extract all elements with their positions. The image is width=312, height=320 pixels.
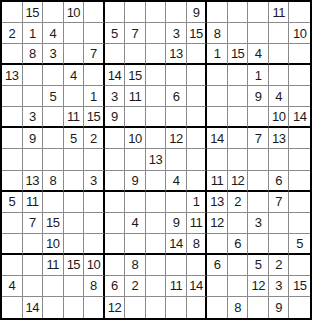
cell-r3c6[interactable] bbox=[105, 44, 126, 65]
given-digit: 1 bbox=[214, 47, 221, 60]
cell-r10c15[interactable] bbox=[289, 192, 310, 213]
given-digit: 9 bbox=[132, 174, 139, 187]
cell-r8c1[interactable] bbox=[2, 149, 23, 170]
cell-r7c9[interactable]: 12 bbox=[166, 128, 187, 149]
given-digit: 11 bbox=[47, 258, 60, 271]
given-digit: 6 bbox=[111, 279, 118, 292]
cell-r1c10[interactable]: 9 bbox=[187, 2, 208, 23]
cell-r3c8[interactable] bbox=[146, 44, 167, 65]
cell-r13c14[interactable]: 2 bbox=[269, 255, 290, 276]
cell-r11c6[interactable] bbox=[105, 213, 126, 234]
cell-r4c14[interactable] bbox=[269, 65, 290, 86]
cell-r15c11[interactable] bbox=[207, 297, 228, 318]
cell-r9c3[interactable]: 8 bbox=[43, 171, 64, 192]
given-digit: 4 bbox=[49, 27, 56, 40]
given-digit: 3 bbox=[90, 174, 97, 187]
cell-r6c7[interactable] bbox=[125, 107, 146, 128]
cell-r9c2[interactable]: 13 bbox=[23, 171, 44, 192]
cell-r12c5[interactable] bbox=[84, 234, 105, 255]
cell-r14c11[interactable] bbox=[207, 276, 228, 297]
cell-r6c5[interactable]: 15 bbox=[84, 107, 105, 128]
cell-r9c12[interactable]: 12 bbox=[228, 171, 249, 192]
cell-r5c4[interactable] bbox=[64, 86, 85, 107]
cell-r15c12[interactable]: 8 bbox=[228, 297, 249, 318]
given-digit: 11 bbox=[26, 195, 39, 208]
cell-r7c15[interactable] bbox=[289, 128, 310, 149]
cell-r3c11[interactable]: 1 bbox=[207, 44, 228, 65]
cell-r9c9[interactable]: 4 bbox=[166, 171, 187, 192]
given-digit: 13 bbox=[26, 174, 39, 187]
cell-r3c2[interactable]: 8 bbox=[23, 44, 44, 65]
cell-r4c4[interactable]: 4 bbox=[64, 65, 85, 86]
given-digit: 15 bbox=[26, 6, 39, 19]
cell-r3c3[interactable]: 3 bbox=[43, 44, 64, 65]
cell-r7c1[interactable] bbox=[2, 128, 23, 149]
cell-r6c13[interactable] bbox=[248, 107, 269, 128]
given-digit: 14 bbox=[108, 69, 121, 82]
given-digit: 5 bbox=[255, 258, 262, 271]
given-digit: 1 bbox=[255, 69, 262, 82]
cell-r14c2[interactable] bbox=[23, 276, 44, 297]
cell-r15c14[interactable]: 9 bbox=[269, 297, 290, 318]
cell-r1c5[interactable] bbox=[84, 2, 105, 23]
cell-r15c4[interactable] bbox=[64, 297, 85, 318]
given-digit: 3 bbox=[275, 279, 282, 292]
cell-r3c12[interactable]: 15 bbox=[228, 44, 249, 65]
cell-r1c3[interactable] bbox=[43, 2, 64, 23]
cell-r3c4[interactable] bbox=[64, 44, 85, 65]
cell-r7c2[interactable]: 9 bbox=[23, 128, 44, 149]
given-digit: 2 bbox=[132, 279, 139, 292]
cell-r10c3[interactable] bbox=[43, 192, 64, 213]
cell-r5c3[interactable]: 5 bbox=[43, 86, 64, 107]
given-digit: 3 bbox=[173, 27, 180, 40]
given-digit: 12 bbox=[108, 301, 121, 314]
cell-r3c9[interactable]: 13 bbox=[166, 44, 187, 65]
cell-r13c5[interactable]: 10 bbox=[84, 255, 105, 276]
given-digit: 3 bbox=[29, 110, 36, 123]
cell-r3c10[interactable] bbox=[187, 44, 208, 65]
cell-r6c12[interactable] bbox=[228, 107, 249, 128]
given-digit: 3 bbox=[111, 90, 118, 103]
cell-r4c11[interactable] bbox=[207, 65, 228, 86]
cell-r10c2[interactable]: 11 bbox=[23, 192, 44, 213]
cell-r1c12[interactable] bbox=[228, 2, 249, 23]
cell-r14c14[interactable]: 3 bbox=[269, 276, 290, 297]
cell-r8c8[interactable]: 13 bbox=[146, 149, 167, 170]
cell-r8c9[interactable] bbox=[166, 149, 187, 170]
cell-r12c8[interactable] bbox=[146, 234, 167, 255]
cell-r5c8[interactable] bbox=[146, 86, 167, 107]
cell-r5c5[interactable]: 1 bbox=[84, 86, 105, 107]
given-digit: 9 bbox=[173, 216, 180, 229]
cell-r2c3[interactable]: 4 bbox=[43, 23, 64, 44]
cell-r15c10[interactable] bbox=[187, 297, 208, 318]
cell-r9c11[interactable]: 11 bbox=[207, 171, 228, 192]
cell-r2c7[interactable]: 7 bbox=[125, 23, 146, 44]
cell-r7c6[interactable] bbox=[105, 128, 126, 149]
cell-r7c10[interactable] bbox=[187, 128, 208, 149]
given-digit: 10 bbox=[272, 110, 285, 123]
cell-r10c6[interactable] bbox=[105, 192, 126, 213]
given-digit: 10 bbox=[67, 6, 80, 19]
cell-r3c5[interactable]: 7 bbox=[84, 44, 105, 65]
cell-r4c8[interactable] bbox=[146, 65, 167, 86]
cell-r2c6[interactable]: 5 bbox=[105, 23, 126, 44]
cell-r2c13[interactable] bbox=[248, 23, 269, 44]
cell-r1c14[interactable]: 11 bbox=[269, 2, 290, 23]
cell-r5c12[interactable] bbox=[228, 86, 249, 107]
cell-r4c1[interactable]: 13 bbox=[2, 65, 23, 86]
cell-r13c7[interactable]: 8 bbox=[125, 255, 146, 276]
cell-r11c11[interactable]: 12 bbox=[207, 213, 228, 234]
cell-r7c11[interactable]: 14 bbox=[207, 128, 228, 149]
given-digit: 7 bbox=[275, 195, 282, 208]
given-digit: 15 bbox=[189, 27, 202, 40]
cell-r15c8[interactable] bbox=[146, 297, 167, 318]
given-digit: 7 bbox=[132, 27, 139, 40]
cell-r8c12[interactable] bbox=[228, 149, 249, 170]
cell-r9c1[interactable] bbox=[2, 171, 23, 192]
given-digit: 14 bbox=[169, 237, 182, 250]
cell-r11c3[interactable]: 15 bbox=[43, 213, 64, 234]
cell-r15c7[interactable] bbox=[125, 297, 146, 318]
cell-r12c14[interactable] bbox=[269, 234, 290, 255]
cell-r11c4[interactable] bbox=[64, 213, 85, 234]
cell-r12c12[interactable]: 6 bbox=[228, 234, 249, 255]
cell-r4c5[interactable] bbox=[84, 65, 105, 86]
cell-r3c14[interactable] bbox=[269, 44, 290, 65]
cell-r15c3[interactable] bbox=[43, 297, 64, 318]
given-digit: 9 bbox=[193, 6, 200, 19]
cell-r15c1[interactable] bbox=[2, 297, 23, 318]
cell-r8c10[interactable] bbox=[187, 149, 208, 170]
cell-r14c8[interactable] bbox=[146, 276, 167, 297]
cell-r5c11[interactable] bbox=[207, 86, 228, 107]
given-digit: 9 bbox=[111, 110, 118, 123]
cell-r10c8[interactable] bbox=[146, 192, 167, 213]
cell-r8c3[interactable] bbox=[43, 149, 64, 170]
cell-r15c5[interactable] bbox=[84, 297, 105, 318]
cell-r15c9[interactable] bbox=[166, 297, 187, 318]
cell-r12c13[interactable] bbox=[248, 234, 269, 255]
cell-r10c14[interactable]: 7 bbox=[269, 192, 290, 213]
cell-r8c15[interactable] bbox=[289, 149, 310, 170]
cell-r2c4[interactable] bbox=[64, 23, 85, 44]
cell-r14c4[interactable] bbox=[64, 276, 85, 297]
cell-r6c1[interactable] bbox=[2, 107, 23, 128]
cell-r12c4[interactable] bbox=[64, 234, 85, 255]
given-digit: 6 bbox=[173, 90, 180, 103]
cell-r12c15[interactable]: 5 bbox=[289, 234, 310, 255]
cell-r12c10[interactable]: 8 bbox=[187, 234, 208, 255]
cell-r14c3[interactable] bbox=[43, 276, 64, 297]
given-digit: 15 bbox=[87, 110, 100, 123]
cell-r14c6[interactable]: 6 bbox=[105, 276, 126, 297]
cell-r7c14[interactable]: 13 bbox=[269, 128, 290, 149]
cell-r5c7[interactable]: 11 bbox=[125, 86, 146, 107]
cell-r13c13[interactable]: 5 bbox=[248, 255, 269, 276]
cell-r13c9[interactable] bbox=[166, 255, 187, 276]
given-digit: 3 bbox=[49, 47, 56, 60]
given-digit: 11 bbox=[129, 90, 142, 103]
cell-r10c13[interactable] bbox=[248, 192, 269, 213]
cell-r13c1[interactable] bbox=[2, 255, 23, 276]
given-digit: 5 bbox=[70, 132, 77, 145]
cell-r6c9[interactable] bbox=[166, 107, 187, 128]
cell-r12c2[interactable] bbox=[23, 234, 44, 255]
cell-r7c4[interactable]: 5 bbox=[64, 128, 85, 149]
cell-r14c7[interactable]: 2 bbox=[125, 276, 146, 297]
given-digit: 15 bbox=[128, 69, 141, 82]
cell-r9c13[interactable] bbox=[248, 171, 269, 192]
given-digit: 8 bbox=[193, 237, 200, 250]
cell-r11c5[interactable] bbox=[84, 213, 105, 234]
cell-r14c13[interactable]: 12 bbox=[248, 276, 269, 297]
cell-r1c8[interactable] bbox=[146, 2, 167, 23]
cell-r5c13[interactable]: 9 bbox=[248, 86, 269, 107]
given-digit: 12 bbox=[210, 216, 223, 229]
cell-r5c9[interactable]: 6 bbox=[166, 86, 187, 107]
cell-r4c3[interactable] bbox=[43, 65, 64, 86]
given-digit: 4 bbox=[70, 69, 77, 82]
cell-r4c12[interactable] bbox=[228, 65, 249, 86]
cell-r2c5[interactable] bbox=[84, 23, 105, 44]
cell-r10c5[interactable] bbox=[84, 192, 105, 213]
cell-r11c8[interactable] bbox=[146, 213, 167, 234]
cell-r1c11[interactable] bbox=[207, 2, 228, 23]
given-digit: 5 bbox=[296, 237, 303, 250]
cell-r9c7[interactable]: 9 bbox=[125, 171, 146, 192]
given-digit: 14 bbox=[210, 132, 223, 145]
cell-r15c15[interactable] bbox=[289, 297, 310, 318]
cell-r5c6[interactable]: 3 bbox=[105, 86, 126, 107]
cell-r14c15[interactable]: 15 bbox=[289, 276, 310, 297]
given-digit: 4 bbox=[275, 90, 282, 103]
cell-r3c15[interactable] bbox=[289, 44, 310, 65]
cell-r8c4[interactable] bbox=[64, 149, 85, 170]
given-digit: 4 bbox=[255, 47, 262, 60]
cell-r11c13[interactable]: 3 bbox=[248, 213, 269, 234]
cell-r9c5[interactable]: 3 bbox=[84, 171, 105, 192]
cell-r13c2[interactable] bbox=[23, 255, 44, 276]
cell-r11c15[interactable] bbox=[289, 213, 310, 234]
given-digit: 11 bbox=[67, 110, 80, 123]
cell-r6c14[interactable]: 10 bbox=[269, 107, 290, 128]
cell-r11c10[interactable]: 11 bbox=[187, 213, 208, 234]
given-digit: 7 bbox=[90, 47, 97, 60]
cell-r9c8[interactable] bbox=[146, 171, 167, 192]
cell-r4c15[interactable] bbox=[289, 65, 310, 86]
cell-r15c13[interactable] bbox=[248, 297, 269, 318]
cell-r8c11[interactable] bbox=[207, 149, 228, 170]
given-digit: 6 bbox=[214, 258, 221, 271]
cell-r2c1[interactable]: 2 bbox=[2, 23, 23, 44]
cell-r11c14[interactable] bbox=[269, 213, 290, 234]
cell-r8c5[interactable] bbox=[84, 149, 105, 170]
cell-r14c10[interactable]: 14 bbox=[187, 276, 208, 297]
cell-r3c7[interactable] bbox=[125, 44, 146, 65]
given-digit: 12 bbox=[169, 132, 182, 145]
cell-r10c12[interactable]: 2 bbox=[228, 192, 249, 213]
given-digit: 15 bbox=[46, 216, 59, 229]
cell-r2c11[interactable]: 8 bbox=[207, 23, 228, 44]
given-digit: 4 bbox=[173, 174, 180, 187]
cell-r5c14[interactable]: 4 bbox=[269, 86, 290, 107]
cell-r12c9[interactable]: 14 bbox=[166, 234, 187, 255]
cell-r9c4[interactable] bbox=[64, 171, 85, 192]
cell-r13c3[interactable]: 11 bbox=[43, 255, 64, 276]
given-digit: 1 bbox=[90, 90, 97, 103]
cell-r6c2[interactable]: 3 bbox=[23, 107, 44, 128]
given-digit: 11 bbox=[170, 279, 183, 292]
cell-r3c1[interactable] bbox=[2, 44, 23, 65]
cell-r1c15[interactable] bbox=[289, 2, 310, 23]
given-digit: 11 bbox=[190, 216, 203, 229]
cell-r1c7[interactable] bbox=[125, 2, 146, 23]
cell-r2c9[interactable]: 3 bbox=[166, 23, 187, 44]
given-digit: 8 bbox=[234, 301, 241, 314]
cell-r11c2[interactable]: 7 bbox=[23, 213, 44, 234]
cell-r14c5[interactable]: 8 bbox=[84, 276, 105, 297]
cell-r2c12[interactable] bbox=[228, 23, 249, 44]
cell-r6c15[interactable]: 14 bbox=[289, 107, 310, 128]
cell-r1c4[interactable]: 10 bbox=[64, 2, 85, 23]
cell-r6c4[interactable]: 11 bbox=[64, 107, 85, 128]
cell-r10c9[interactable] bbox=[166, 192, 187, 213]
cell-r12c11[interactable] bbox=[207, 234, 228, 255]
given-digit: 2 bbox=[234, 195, 241, 208]
cell-r7c5[interactable]: 2 bbox=[84, 128, 105, 149]
cell-r8c7[interactable] bbox=[125, 149, 146, 170]
cell-r8c14[interactable] bbox=[269, 149, 290, 170]
cell-r10c4[interactable] bbox=[64, 192, 85, 213]
cell-r11c7[interactable]: 4 bbox=[125, 213, 146, 234]
given-digit: 3 bbox=[255, 216, 262, 229]
cell-r6c6[interactable]: 9 bbox=[105, 107, 126, 128]
given-digit: 9 bbox=[255, 90, 262, 103]
given-digit: 8 bbox=[214, 27, 221, 40]
cell-r8c13[interactable] bbox=[248, 149, 269, 170]
cell-r15c6[interactable]: 12 bbox=[105, 297, 126, 318]
cell-r14c1[interactable]: 4 bbox=[2, 276, 23, 297]
cell-r13c15[interactable] bbox=[289, 255, 310, 276]
cell-r13c12[interactable] bbox=[228, 255, 249, 276]
cell-r1c1[interactable] bbox=[2, 2, 23, 23]
given-digit: 13 bbox=[5, 69, 18, 82]
cell-r4c13[interactable]: 1 bbox=[248, 65, 269, 86]
given-digit: 13 bbox=[210, 195, 223, 208]
cell-r6c8[interactable] bbox=[146, 107, 167, 128]
cell-r5c15[interactable] bbox=[289, 86, 310, 107]
cell-r10c7[interactable] bbox=[125, 192, 146, 213]
cell-r10c10[interactable]: 1 bbox=[187, 192, 208, 213]
cell-r7c7[interactable]: 10 bbox=[125, 128, 146, 149]
cell-r15c2[interactable]: 14 bbox=[23, 297, 44, 318]
cell-r11c1[interactable] bbox=[2, 213, 23, 234]
given-digit: 6 bbox=[234, 237, 241, 250]
given-digit: 13 bbox=[149, 153, 162, 166]
cell-r12c7[interactable] bbox=[125, 234, 146, 255]
cell-r6c10[interactable] bbox=[187, 107, 208, 128]
cell-r2c2[interactable]: 1 bbox=[23, 23, 44, 44]
cell-r3c13[interactable]: 4 bbox=[248, 44, 269, 65]
cell-r6c11[interactable] bbox=[207, 107, 228, 128]
cell-r13c11[interactable]: 6 bbox=[207, 255, 228, 276]
cell-r2c10[interactable]: 15 bbox=[187, 23, 208, 44]
cell-r12c6[interactable] bbox=[105, 234, 126, 255]
cell-r9c10[interactable] bbox=[187, 171, 208, 192]
cell-r9c6[interactable] bbox=[105, 171, 126, 192]
cell-r4c9[interactable] bbox=[166, 65, 187, 86]
given-digit: 15 bbox=[231, 47, 244, 60]
cell-r10c11[interactable]: 13 bbox=[207, 192, 228, 213]
given-digit: 4 bbox=[8, 279, 15, 292]
given-digit: 12 bbox=[231, 174, 244, 187]
given-digit: 11 bbox=[272, 6, 285, 19]
given-digit: 2 bbox=[275, 258, 282, 271]
given-digit: 15 bbox=[293, 279, 306, 292]
cell-r1c6[interactable] bbox=[105, 2, 126, 23]
cell-r11c9[interactable]: 9 bbox=[166, 213, 187, 234]
cell-r2c14[interactable] bbox=[269, 23, 290, 44]
cell-r14c12[interactable] bbox=[228, 276, 249, 297]
cell-r4c6[interactable]: 14 bbox=[105, 65, 126, 86]
cell-r5c1[interactable] bbox=[2, 86, 23, 107]
given-digit: 14 bbox=[293, 110, 306, 123]
given-digit: 6 bbox=[275, 174, 282, 187]
cell-r1c13[interactable] bbox=[248, 2, 269, 23]
given-digit: 4 bbox=[132, 216, 139, 229]
cell-r12c3[interactable]: 10 bbox=[43, 234, 64, 255]
given-digit: 8 bbox=[90, 279, 97, 292]
cell-r12c1[interactable] bbox=[2, 234, 23, 255]
cell-r6c3[interactable] bbox=[43, 107, 64, 128]
cell-r4c2[interactable] bbox=[23, 65, 44, 86]
cell-r10c1[interactable]: 5 bbox=[2, 192, 23, 213]
given-digit: 10 bbox=[87, 258, 100, 271]
given-digit: 14 bbox=[26, 301, 39, 314]
cell-r11c12[interactable] bbox=[228, 213, 249, 234]
cell-r7c8[interactable] bbox=[146, 128, 167, 149]
cell-r13c4[interactable]: 15 bbox=[64, 255, 85, 276]
cell-r13c10[interactable] bbox=[187, 255, 208, 276]
cell-r13c6[interactable] bbox=[105, 255, 126, 276]
cell-r14c9[interactable]: 11 bbox=[166, 276, 187, 297]
cell-r1c9[interactable] bbox=[166, 2, 187, 23]
given-digit: 8 bbox=[49, 174, 56, 187]
cell-r9c14[interactable]: 6 bbox=[269, 171, 290, 192]
cell-r5c2[interactable] bbox=[23, 86, 44, 107]
cell-r2c15[interactable]: 10 bbox=[289, 23, 310, 44]
cell-r1c2[interactable]: 15 bbox=[23, 2, 44, 23]
cell-r4c7[interactable]: 15 bbox=[125, 65, 146, 86]
cell-r7c12[interactable] bbox=[228, 128, 249, 149]
cell-r2c8[interactable] bbox=[146, 23, 167, 44]
cell-r13c8[interactable] bbox=[146, 255, 167, 276]
cell-r8c2[interactable] bbox=[23, 149, 44, 170]
cell-r5c10[interactable] bbox=[187, 86, 208, 107]
given-digit: 11 bbox=[211, 174, 224, 187]
cell-r7c3[interactable] bbox=[43, 128, 64, 149]
cell-r8c6[interactable] bbox=[105, 149, 126, 170]
given-digit: 10 bbox=[46, 237, 59, 250]
cell-r4c10[interactable] bbox=[187, 65, 208, 86]
cell-r7c13[interactable]: 7 bbox=[248, 128, 269, 149]
given-digit: 1 bbox=[29, 27, 36, 40]
given-digit: 10 bbox=[293, 27, 306, 40]
cell-r9c15[interactable] bbox=[289, 171, 310, 192]
